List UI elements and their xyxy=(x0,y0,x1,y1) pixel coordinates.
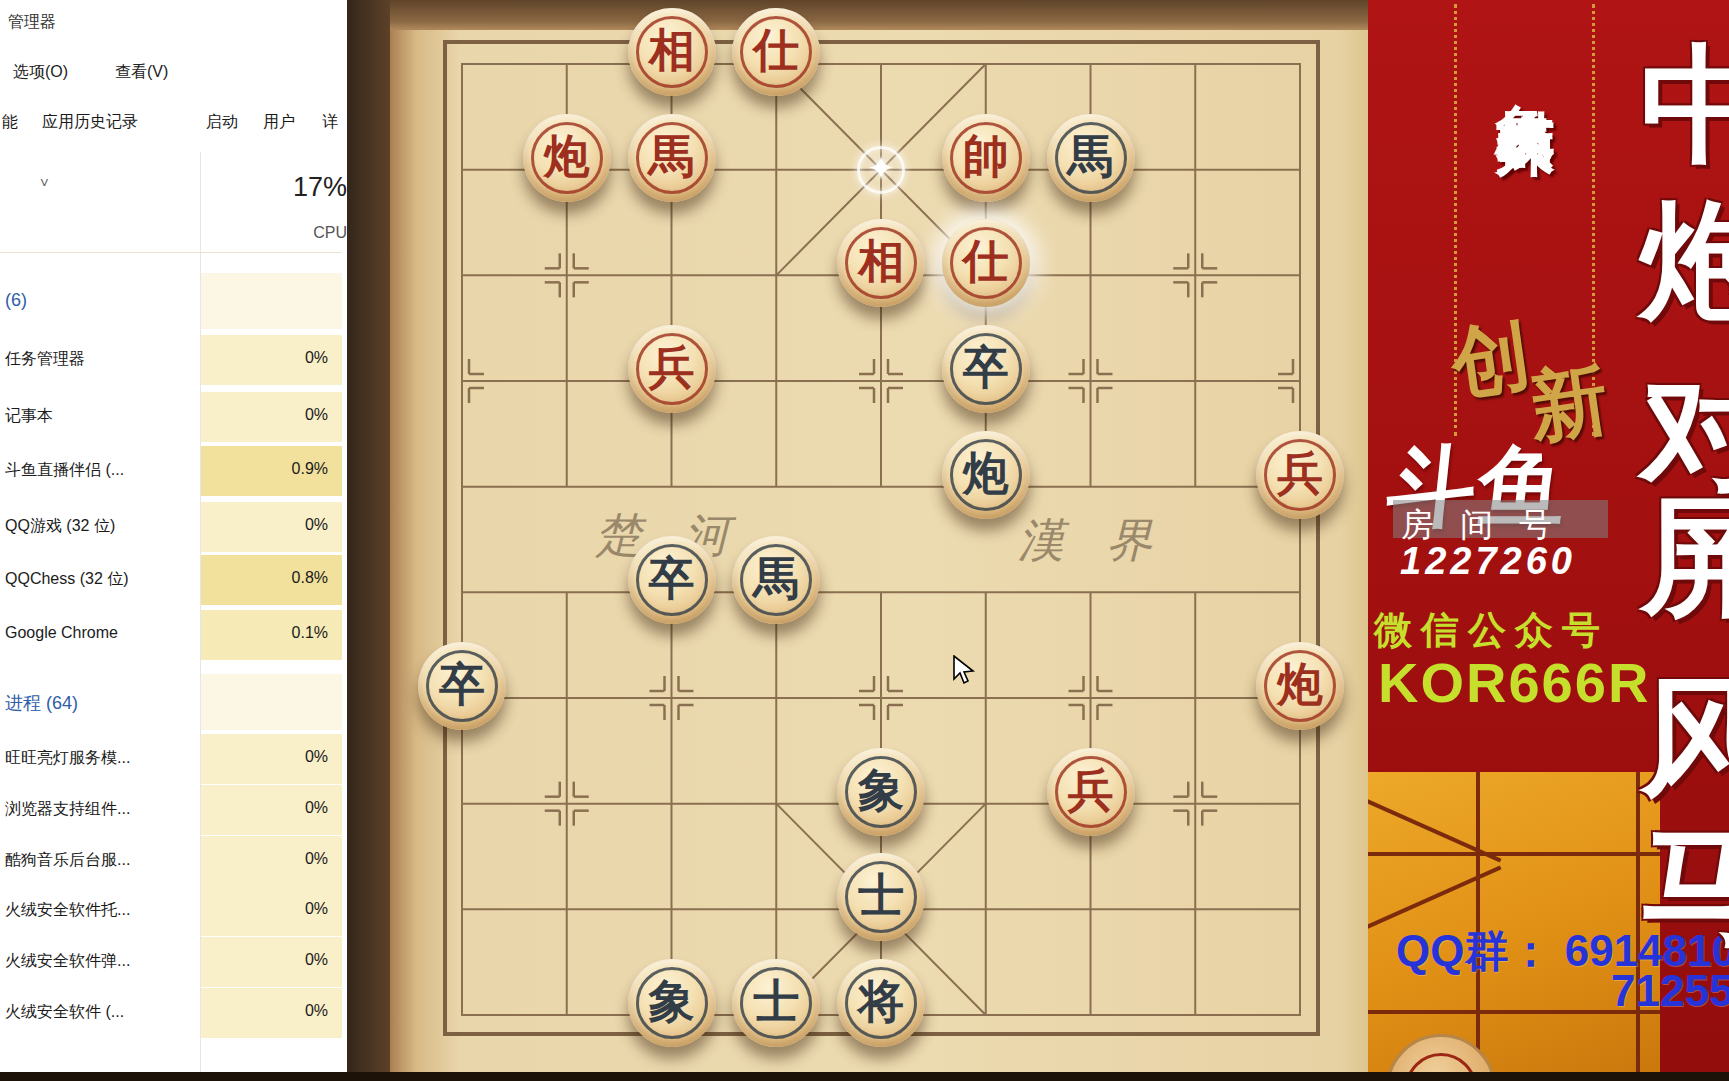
piece-character: 士 xyxy=(753,978,799,1024)
piece-character: 兵 xyxy=(1277,450,1323,496)
wechat-id: KOR666R xyxy=(1378,650,1650,715)
qq-label: QQ群： xyxy=(1396,926,1552,975)
piece-black-卒[interactable]: 卒 xyxy=(418,642,506,730)
piece-character: 兵 xyxy=(1068,767,1114,813)
advert-banner: 象棋大师 创 新 斗鱼 房间号 1227260 微信公众号 KOR666R QQ… xyxy=(1368,0,1729,1081)
big-title-char: 炮 xyxy=(1640,196,1729,324)
piece-character: 卒 xyxy=(649,555,695,601)
piece-black-将[interactable]: 将 xyxy=(837,959,925,1047)
piece-character: 馬 xyxy=(1068,133,1114,179)
big-title-char: 对 xyxy=(1640,366,1729,494)
screenshot-root: { "game": { "name": "Chinese Chess (Xian… xyxy=(0,0,1729,1081)
piece-character: 象 xyxy=(858,767,904,813)
piece-red-炮[interactable]: 炮 xyxy=(523,114,611,202)
wechat-label: 微信公众号 xyxy=(1374,605,1609,656)
piece-character: 炮 xyxy=(963,450,1009,496)
piece-red-仕[interactable]: 仕 xyxy=(732,8,820,96)
piece-red-兵[interactable]: 兵 xyxy=(1256,431,1344,519)
piece-character: 馬 xyxy=(649,133,695,179)
piece-character: 相 xyxy=(858,238,904,284)
piece-character: 相 xyxy=(649,27,695,73)
piece-red-仕[interactable]: 仕 xyxy=(942,219,1030,307)
big-title-char: 中 xyxy=(1640,40,1729,168)
piece-black-士[interactable]: 士 xyxy=(837,853,925,941)
piece-red-帥[interactable]: 帥 xyxy=(942,114,1030,202)
piece-character: 帥 xyxy=(963,133,1009,179)
piece-black-卒[interactable]: 卒 xyxy=(628,536,716,624)
piece-black-士[interactable]: 士 xyxy=(732,959,820,1047)
piece-character: 炮 xyxy=(1277,661,1323,707)
piece-character: 将 xyxy=(858,978,904,1024)
banner-title-vertical: 象棋大师 xyxy=(1500,55,1566,79)
piece-red-兵[interactable]: 兵 xyxy=(628,325,716,413)
last-move-marker: ✦ xyxy=(849,138,913,202)
piece-black-象[interactable]: 象 xyxy=(628,959,716,1047)
piece-character: 馬 xyxy=(753,555,799,601)
qq-group-line-2: 7125555 xyxy=(1611,966,1729,1016)
piece-black-馬[interactable]: 馬 xyxy=(732,536,820,624)
piece-red-相[interactable]: 相 xyxy=(837,219,925,307)
piece-character: 兵 xyxy=(649,344,695,390)
big-title-char: 马 xyxy=(1640,822,1729,950)
piece-character: 卒 xyxy=(439,661,485,707)
piece-black-炮[interactable]: 炮 xyxy=(942,431,1030,519)
piece-character: 炮 xyxy=(544,133,590,179)
room-number: 1227260 xyxy=(1400,540,1576,583)
big-title-char: 风 xyxy=(1640,672,1729,800)
screen-bottom-edge xyxy=(0,1072,1729,1081)
river-label-right: 漢 界 xyxy=(1018,510,1167,572)
piece-black-象[interactable]: 象 xyxy=(837,748,925,836)
piece-character: 仕 xyxy=(963,238,1009,284)
piece-red-兵[interactable]: 兵 xyxy=(1047,748,1135,836)
piece-character: 卒 xyxy=(963,344,1009,390)
piece-black-馬[interactable]: 馬 xyxy=(1047,114,1135,202)
piece-red-相[interactable]: 相 xyxy=(628,8,716,96)
piece-character: 象 xyxy=(649,978,695,1024)
big-title-char: 屏 xyxy=(1640,492,1729,620)
piece-black-卒[interactable]: 卒 xyxy=(942,325,1030,413)
piece-red-馬[interactable]: 馬 xyxy=(628,114,716,202)
piece-character: 仕 xyxy=(753,27,799,73)
piece-red-炮[interactable]: 炮 xyxy=(1256,642,1344,730)
piece-character: 士 xyxy=(858,872,904,918)
